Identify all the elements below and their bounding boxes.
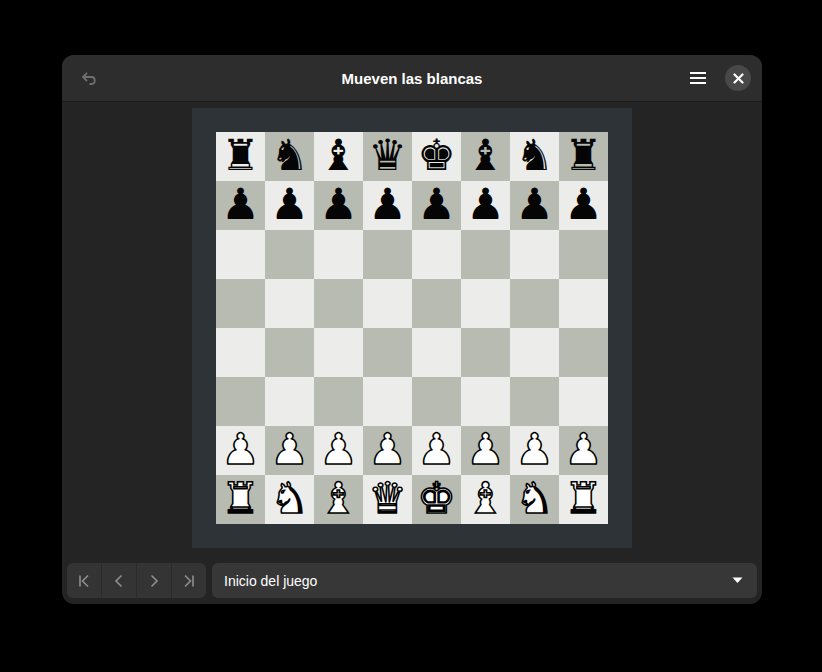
square-e6[interactable] [412,230,461,279]
piece-black-bishop: ♝︎ [466,134,505,177]
piece-white-rook: ♜︎ [564,477,603,520]
piece-white-knight: ♞︎ [270,477,309,520]
header-actions [683,63,751,93]
page-title: Mueven las blancas [62,70,762,87]
chess-app-window: Mueven las blancas [62,55,762,604]
piece-black-queen: ♛︎ [368,134,407,177]
piece-black-pawn: ♟︎ [221,183,260,226]
square-b5[interactable] [265,279,314,328]
go-last-button[interactable] [171,563,206,598]
square-c3[interactable] [314,377,363,426]
close-button[interactable] [725,65,751,91]
board-panel: ♜︎♞︎♝︎♛︎♚︎♝︎♞︎♜︎♟︎♟︎♟︎♟︎♟︎♟︎♟︎♟︎♟︎♟︎♟︎♟︎… [192,108,632,548]
square-d4[interactable] [363,328,412,377]
square-a5[interactable] [216,279,265,328]
square-e2[interactable]: ♟︎ [412,426,461,475]
piece-black-pawn: ♟︎ [466,183,505,226]
history-nav-group [67,563,206,598]
go-first-icon [77,574,91,588]
square-f6[interactable] [461,230,510,279]
square-e5[interactable] [412,279,461,328]
square-b7[interactable]: ♟︎ [265,181,314,230]
square-d6[interactable] [363,230,412,279]
piece-white-pawn: ♟︎ [368,428,407,471]
square-c1[interactable]: ♝︎ [314,475,363,524]
piece-white-queen: ♛︎ [368,477,407,520]
square-a6[interactable] [216,230,265,279]
square-a2[interactable]: ♟︎ [216,426,265,475]
piece-black-pawn: ♟︎ [564,183,603,226]
menu-button[interactable] [683,63,713,93]
square-b8[interactable]: ♞︎ [265,132,314,181]
square-h4[interactable] [559,328,608,377]
piece-white-pawn: ♟︎ [417,428,456,471]
square-e3[interactable] [412,377,461,426]
square-a7[interactable]: ♟︎ [216,181,265,230]
go-next-button[interactable] [136,563,171,598]
square-a1[interactable]: ♜︎ [216,475,265,524]
action-bar: Inicio del juego [62,557,762,604]
square-d8[interactable]: ♛︎ [363,132,412,181]
piece-white-pawn: ♟︎ [221,428,260,471]
square-g2[interactable]: ♟︎ [510,426,559,475]
go-previous-icon [112,574,126,588]
move-history-dropdown[interactable]: Inicio del juego [212,563,757,598]
square-f3[interactable] [461,377,510,426]
square-g7[interactable]: ♟︎ [510,181,559,230]
square-b4[interactable] [265,328,314,377]
close-x-icon [733,73,744,84]
header-bar: Mueven las blancas [62,55,762,101]
square-a4[interactable] [216,328,265,377]
square-h5[interactable] [559,279,608,328]
piece-white-pawn: ♟︎ [270,428,309,471]
piece-black-pawn: ♟︎ [417,183,456,226]
piece-white-pawn: ♟︎ [564,428,603,471]
go-last-icon [182,574,196,588]
square-f2[interactable]: ♟︎ [461,426,510,475]
square-h7[interactable]: ♟︎ [559,181,608,230]
piece-black-pawn: ♟︎ [515,183,554,226]
piece-white-rook: ♜︎ [221,477,260,520]
piece-white-pawn: ♟︎ [319,428,358,471]
square-a8[interactable]: ♜︎ [216,132,265,181]
square-h3[interactable] [559,377,608,426]
square-c2[interactable]: ♟︎ [314,426,363,475]
square-b1[interactable]: ♞︎ [265,475,314,524]
square-d2[interactable]: ♟︎ [363,426,412,475]
piece-white-bishop: ♝︎ [319,477,358,520]
piece-black-knight: ♞︎ [270,134,309,177]
square-d5[interactable] [363,279,412,328]
square-h1[interactable]: ♜︎ [559,475,608,524]
square-b3[interactable] [265,377,314,426]
square-g6[interactable] [510,230,559,279]
square-g1[interactable]: ♞︎ [510,475,559,524]
piece-black-knight: ♞︎ [515,134,554,177]
square-c7[interactable]: ♟︎ [314,181,363,230]
square-d7[interactable]: ♟︎ [363,181,412,230]
square-f5[interactable] [461,279,510,328]
square-e1[interactable]: ♚︎ [412,475,461,524]
square-g8[interactable]: ♞︎ [510,132,559,181]
undo-arrow-icon [79,70,99,87]
piece-black-rook: ♜︎ [564,134,603,177]
square-e8[interactable]: ♚︎ [412,132,461,181]
piece-white-pawn: ♟︎ [515,428,554,471]
go-first-button[interactable] [67,563,101,598]
hamburger-menu-icon [690,71,706,85]
piece-white-bishop: ♝︎ [466,477,505,520]
square-g3[interactable] [510,377,559,426]
square-e7[interactable]: ♟︎ [412,181,461,230]
square-c6[interactable] [314,230,363,279]
main-content: ♜︎♞︎♝︎♛︎♚︎♝︎♞︎♜︎♟︎♟︎♟︎♟︎♟︎♟︎♟︎♟︎♟︎♟︎♟︎♟︎… [62,101,762,557]
square-b6[interactable] [265,230,314,279]
piece-white-pawn: ♟︎ [466,428,505,471]
piece-black-bishop: ♝︎ [319,134,358,177]
chevron-down-icon [732,577,743,584]
go-previous-button[interactable] [101,563,136,598]
square-f8[interactable]: ♝︎ [461,132,510,181]
square-g5[interactable] [510,279,559,328]
piece-black-pawn: ♟︎ [270,183,309,226]
chess-board: ♜︎♞︎♝︎♛︎♚︎♝︎♞︎♜︎♟︎♟︎♟︎♟︎♟︎♟︎♟︎♟︎♟︎♟︎♟︎♟︎… [216,132,608,524]
square-d3[interactable] [363,377,412,426]
square-d1[interactable]: ♛︎ [363,475,412,524]
square-f1[interactable]: ♝︎ [461,475,510,524]
back-button[interactable] [72,61,106,95]
piece-black-rook: ♜︎ [221,134,260,177]
piece-black-pawn: ♟︎ [368,183,407,226]
go-next-icon [147,574,161,588]
square-c4[interactable] [314,328,363,377]
square-f7[interactable]: ♟︎ [461,181,510,230]
move-history-value: Inicio del juego [224,573,317,589]
piece-black-king: ♚︎ [417,134,456,177]
square-h6[interactable] [559,230,608,279]
piece-black-pawn: ♟︎ [319,183,358,226]
square-e4[interactable] [412,328,461,377]
piece-white-king: ♚︎ [417,477,456,520]
square-c5[interactable] [314,279,363,328]
square-b2[interactable]: ♟︎ [265,426,314,475]
square-a3[interactable] [216,377,265,426]
piece-white-knight: ♞︎ [515,477,554,520]
square-h8[interactable]: ♜︎ [559,132,608,181]
square-h2[interactable]: ♟︎ [559,426,608,475]
square-f4[interactable] [461,328,510,377]
square-c8[interactable]: ♝︎ [314,132,363,181]
square-g4[interactable] [510,328,559,377]
